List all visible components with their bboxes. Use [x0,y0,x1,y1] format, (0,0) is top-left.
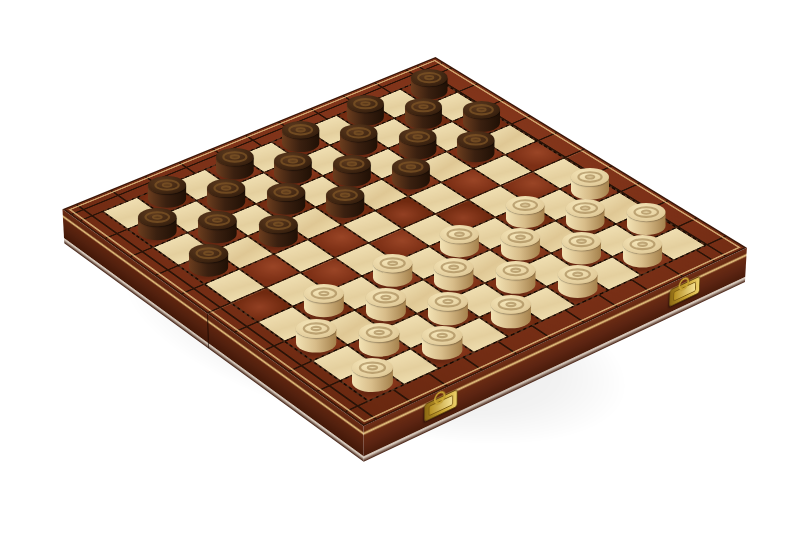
piece-dark[interactable] [392,158,430,190]
piece-top [434,258,473,277]
piece-light[interactable] [623,235,662,268]
piece-top [428,292,468,311]
piece-top [463,101,500,118]
piece-top [333,155,371,173]
piece-light[interactable] [496,261,535,294]
piece-dark[interactable] [326,186,364,218]
piece-light[interactable] [434,258,473,291]
piece-light[interactable] [627,203,666,235]
piece-light[interactable] [440,225,479,257]
piece-dark[interactable] [138,208,177,240]
piece-dark[interactable] [274,152,312,183]
piece-light[interactable] [422,326,462,360]
piece-top [405,98,442,115]
piece-dark[interactable] [282,121,319,152]
piece-top [571,168,609,186]
piece-top [296,319,336,338]
piece-light[interactable] [506,196,544,228]
piece-light[interactable] [304,284,344,317]
piece-light[interactable] [366,288,406,321]
piece-top [558,265,597,284]
piece-top [267,183,305,201]
piece-top [627,203,666,221]
piece-light[interactable] [558,265,597,298]
piece-top [274,152,312,170]
piece-top [399,128,436,146]
piece-light[interactable] [562,232,601,264]
piece-dark[interactable] [457,131,494,162]
piece-light[interactable] [501,228,540,260]
piece-dark[interactable] [333,155,371,187]
piece-top [148,176,186,194]
piece-dark[interactable] [148,176,186,208]
piece-top [352,358,393,377]
piece-dark[interactable] [463,101,500,132]
piece-top [189,244,228,262]
piece-top [347,95,384,112]
piece-dark[interactable] [340,124,377,155]
piece-dark[interactable] [216,148,254,179]
fold-seam-side [207,313,209,349]
piece-top [411,69,448,86]
product-photo-scene [0,0,800,533]
piece-top [326,186,364,204]
piece-top [359,323,399,342]
piece-top [457,131,494,149]
piece-top [259,215,298,233]
piece-top [138,208,177,226]
piece-light[interactable] [373,254,412,287]
piece-light[interactable] [428,292,468,325]
piece-light[interactable] [359,323,399,357]
piece-dark[interactable] [259,215,298,247]
piece-light[interactable] [296,319,336,353]
piece-light[interactable] [491,295,531,328]
piece-light[interactable] [571,168,609,200]
piece-light[interactable] [352,358,393,392]
piece-dark[interactable] [411,69,448,99]
piece-dark[interactable] [347,95,384,126]
piece-dark[interactable] [198,211,237,243]
piece-dark[interactable] [405,98,442,129]
piece-top [366,288,406,307]
piece-dark[interactable] [189,244,228,277]
piece-light[interactable] [566,199,604,231]
piece-top [506,196,544,214]
piece-dark[interactable] [399,128,436,159]
piece-top [562,232,601,250]
piece-dark[interactable] [267,183,305,215]
piece-top [491,295,531,314]
piece-dark[interactable] [207,179,245,211]
piece-top [440,225,479,243]
